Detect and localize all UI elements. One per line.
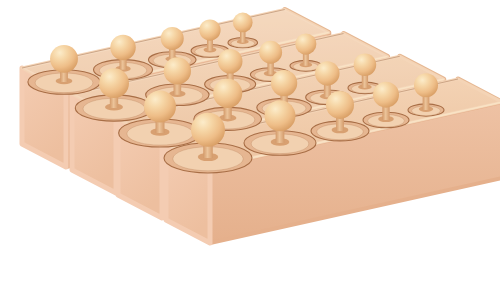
product-image [0, 0, 500, 282]
cylinder-blocks-svg [0, 0, 500, 282]
knob-sphere [265, 100, 296, 131]
knob-sphere [414, 73, 438, 97]
knob-sphere [326, 91, 354, 119]
knob-sphere [295, 34, 316, 55]
knob-sphere [218, 49, 243, 74]
knob-sphere [50, 45, 78, 73]
knob-sphere [191, 113, 225, 147]
knob-sphere [199, 19, 220, 40]
knob-sphere [213, 79, 242, 108]
knob-sphere [164, 57, 191, 84]
knob-sphere [161, 27, 184, 50]
knob-sphere [144, 90, 176, 122]
knob-sphere [233, 13, 253, 33]
knob-sphere [99, 68, 129, 98]
knob-sphere [354, 53, 377, 76]
knob-sphere [259, 41, 282, 64]
knob-sphere [271, 70, 297, 96]
knob-sphere [373, 82, 399, 108]
knob-sphere [315, 61, 339, 85]
knob-sphere [110, 35, 135, 60]
